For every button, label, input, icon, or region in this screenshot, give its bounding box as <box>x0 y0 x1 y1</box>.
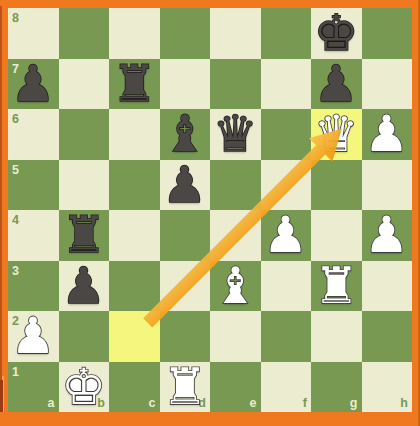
square-d8[interactable] <box>160 8 211 59</box>
frame-left-edge <box>0 6 2 412</box>
square-c3[interactable] <box>109 261 160 312</box>
frame-left-notch <box>0 380 3 412</box>
file-label-c: c <box>149 397 156 410</box>
square-e5[interactable] <box>210 160 261 211</box>
square-f2[interactable] <box>261 311 312 362</box>
black-rook[interactable]: ♜ <box>59 210 110 261</box>
rank-label-8: 8 <box>12 12 19 25</box>
white-pawn[interactable]: ♟ <box>362 210 413 261</box>
black-pawn[interactable]: ♟ <box>8 59 59 110</box>
square-h3[interactable] <box>362 261 413 312</box>
square-f8[interactable] <box>261 8 312 59</box>
rank-label-1: 1 <box>12 366 19 379</box>
white-bishop[interactable]: ♝ <box>210 261 261 312</box>
square-f6[interactable] <box>261 109 312 160</box>
white-pawn[interactable]: ♟ <box>362 109 413 160</box>
square-e8[interactable] <box>210 8 261 59</box>
square-a6[interactable]: 6 <box>8 109 59 160</box>
square-g5[interactable] <box>311 160 362 211</box>
square-h8[interactable] <box>362 8 413 59</box>
rank-label-3: 3 <box>12 265 19 278</box>
black-bishop[interactable]: ♝ <box>160 109 211 160</box>
square-d4[interactable] <box>160 210 211 261</box>
square-g4[interactable] <box>311 210 362 261</box>
square-e7[interactable] <box>210 59 261 110</box>
file-label-g: g <box>350 397 358 410</box>
rank-label-6: 6 <box>12 113 19 126</box>
square-b2[interactable] <box>59 311 110 362</box>
white-pawn[interactable]: ♟ <box>261 210 312 261</box>
square-b8[interactable] <box>59 8 110 59</box>
square-c6[interactable] <box>109 109 160 160</box>
square-d3[interactable] <box>160 261 211 312</box>
square-e4[interactable] <box>210 210 261 261</box>
square-c8[interactable] <box>109 8 160 59</box>
square-f5[interactable] <box>261 160 312 211</box>
black-queen[interactable]: ♛ <box>210 109 261 160</box>
square-d2[interactable] <box>160 311 211 362</box>
white-queen[interactable]: ♛ <box>311 109 362 160</box>
square-a8[interactable]: 8 <box>8 8 59 59</box>
square-h7[interactable] <box>362 59 413 110</box>
square-b6[interactable] <box>59 109 110 160</box>
square-f7[interactable] <box>261 59 312 110</box>
file-label-h: h <box>400 397 408 410</box>
rank-label-5: 5 <box>12 164 19 177</box>
file-label-f: f <box>303 397 307 410</box>
white-king[interactable]: ♚ <box>59 362 110 413</box>
square-a4[interactable]: 4 <box>8 210 59 261</box>
square-d7[interactable] <box>160 59 211 110</box>
square-a3[interactable]: 3 <box>8 261 59 312</box>
square-c2[interactable] <box>109 311 160 362</box>
square-h5[interactable] <box>362 160 413 211</box>
square-b5[interactable] <box>59 160 110 211</box>
file-label-e: e <box>250 397 257 410</box>
square-f1[interactable]: f <box>261 362 312 413</box>
square-c4[interactable] <box>109 210 160 261</box>
board-frame: 87654321abcdefgh ♚♟♜♟♝♛♛♟♟♜♟♟♟♝♜♟♚♜ <box>0 0 420 426</box>
file-label-a: a <box>48 397 55 410</box>
square-e2[interactable] <box>210 311 261 362</box>
square-f3[interactable] <box>261 261 312 312</box>
square-a5[interactable]: 5 <box>8 160 59 211</box>
square-g2[interactable] <box>311 311 362 362</box>
square-c5[interactable] <box>109 160 160 211</box>
black-pawn[interactable]: ♟ <box>59 261 110 312</box>
black-pawn[interactable]: ♟ <box>311 59 362 110</box>
black-rook[interactable]: ♜ <box>109 59 160 110</box>
square-g1[interactable]: g <box>311 362 362 413</box>
rank-label-4: 4 <box>12 214 19 227</box>
square-c1[interactable]: c <box>109 362 160 413</box>
black-king[interactable]: ♚ <box>311 8 362 59</box>
square-b7[interactable] <box>59 59 110 110</box>
square-h2[interactable] <box>362 311 413 362</box>
white-pawn[interactable]: ♟ <box>8 311 59 362</box>
black-pawn[interactable]: ♟ <box>160 160 211 211</box>
white-rook[interactable]: ♜ <box>160 362 211 413</box>
square-e1[interactable]: e <box>210 362 261 413</box>
white-rook[interactable]: ♜ <box>311 261 362 312</box>
square-a1[interactable]: 1a <box>8 362 59 413</box>
square-h1[interactable]: h <box>362 362 413 413</box>
